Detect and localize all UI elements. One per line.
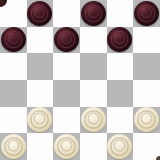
square-r5c3[interactable]: [80, 133, 107, 160]
square-r0c5[interactable]: [133, 0, 160, 27]
offboard-dark-piece-fragment-bottom-right: [156, 156, 160, 160]
square-r5c0[interactable]: [0, 133, 27, 160]
square-r2c3[interactable]: [80, 53, 107, 80]
square-r2c2[interactable]: [53, 53, 80, 80]
dark-piece[interactable]: [27, 1, 52, 26]
light-piece[interactable]: [134, 107, 159, 132]
square-r0c3[interactable]: [80, 0, 107, 27]
square-r4c3[interactable]: [80, 107, 107, 134]
square-r4c2[interactable]: [53, 107, 80, 134]
square-r3c5[interactable]: [133, 80, 160, 107]
square-r5c4[interactable]: [107, 133, 134, 160]
square-r1c1[interactable]: [27, 27, 54, 54]
dark-piece[interactable]: [54, 27, 79, 52]
square-r4c5[interactable]: [133, 107, 160, 134]
square-r3c1[interactable]: [27, 80, 54, 107]
light-piece[interactable]: [81, 107, 106, 132]
square-r4c0[interactable]: [0, 107, 27, 134]
square-r2c1[interactable]: [27, 53, 54, 80]
square-r0c1[interactable]: [27, 0, 54, 27]
square-r1c2[interactable]: [53, 27, 80, 54]
square-r3c3[interactable]: [80, 80, 107, 107]
square-r5c2[interactable]: [53, 133, 80, 160]
square-r3c4[interactable]: [107, 80, 134, 107]
light-piece[interactable]: [27, 107, 52, 132]
square-r0c4[interactable]: [107, 0, 134, 27]
square-r2c4[interactable]: [107, 53, 134, 80]
square-r4c4[interactable]: [107, 107, 134, 134]
square-r3c0[interactable]: [0, 80, 27, 107]
square-r1c5[interactable]: [133, 27, 160, 54]
dark-piece[interactable]: [134, 1, 159, 26]
dark-piece[interactable]: [1, 27, 26, 52]
square-r0c2[interactable]: [53, 0, 80, 27]
dark-piece[interactable]: [81, 1, 106, 26]
light-piece[interactable]: [1, 134, 26, 159]
square-r5c1[interactable]: [27, 133, 54, 160]
checkers-board: [0, 0, 160, 160]
square-r1c0[interactable]: [0, 27, 27, 54]
light-piece[interactable]: [107, 134, 132, 159]
square-r1c3[interactable]: [80, 27, 107, 54]
light-piece[interactable]: [54, 134, 79, 159]
square-r2c5[interactable]: [133, 53, 160, 80]
square-r3c2[interactable]: [53, 80, 80, 107]
square-r4c1[interactable]: [27, 107, 54, 134]
square-r2c0[interactable]: [0, 53, 27, 80]
square-r5c5[interactable]: [133, 133, 160, 160]
square-r1c4[interactable]: [107, 27, 134, 54]
dark-piece[interactable]: [107, 27, 132, 52]
